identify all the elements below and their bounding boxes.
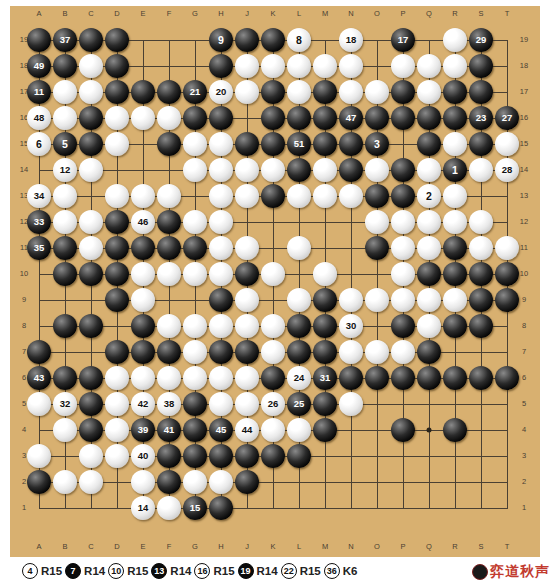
black-stone [313,340,337,364]
white-stone [287,418,311,442]
black-stone-27: 27 [495,106,519,130]
coord-label-right: 15 [520,140,528,148]
white-stone [235,184,259,208]
black-stone [443,314,467,338]
black-stone [79,262,103,286]
white-stone [235,366,259,390]
white-stone [391,288,415,312]
move-number: 49 [34,61,45,71]
coord-label-left: 4 [22,426,26,434]
black-stone-43: 43 [27,366,51,390]
white-stone [53,80,77,104]
coord-label-top: F [167,10,172,18]
black-stone [235,262,259,286]
white-stone [417,158,441,182]
black-stone-5: 5 [53,132,77,156]
move-number: 47 [346,113,357,123]
black-stone [53,236,77,260]
black-stone [365,366,389,390]
white-stone [79,444,103,468]
black-stone [105,54,129,78]
white-stone [131,106,155,130]
coord-label-left: 9 [22,296,26,304]
move-number: 33 [34,217,45,227]
move-number: 35 [34,243,45,253]
black-stone [495,262,519,286]
black-stone-21: 21 [183,80,207,104]
coord-label-left: 1 [22,504,26,512]
coord-label-right: 10 [520,270,528,278]
move-coordinate: R14 [84,565,105,577]
black-stone [443,106,467,130]
white-stone [261,314,285,338]
coord-label-top: H [218,10,223,18]
white-stone [209,470,233,494]
coord-label-top: A [36,10,41,18]
coord-label-right: 16 [520,114,528,122]
white-stone-12: 12 [53,158,77,182]
black-stone [313,314,337,338]
white-stone [183,470,207,494]
white-stone [157,496,181,520]
move-number: 15 [190,503,201,513]
black-stone-3: 3 [365,132,389,156]
black-stone [235,28,259,52]
black-stone [313,80,337,104]
black-stone [313,106,337,130]
coord-label-left: 6 [22,374,26,382]
move-number: 42 [138,399,149,409]
white-stone-18: 18 [339,28,363,52]
coord-label-left: 14 [20,166,28,174]
move-number: 30 [346,321,357,331]
white-stone [417,80,441,104]
white-stone [417,54,441,78]
move-annotation: 22R15 [281,563,321,579]
white-stone [183,158,207,182]
move-number: 3 [374,139,380,150]
black-stone [261,80,285,104]
coord-label-right: 1 [522,504,526,512]
black-stone [131,80,155,104]
white-stone [469,236,493,260]
white-stone [261,340,285,364]
coord-label-right: 14 [520,166,528,174]
white-stone-2: 2 [417,184,441,208]
white-stone [469,210,493,234]
move-number: 27 [502,113,513,123]
move-annotations: 4R157R1410R1513R1416R1519R1422R1536K6 [22,563,360,579]
black-stone [365,106,389,130]
coord-label-right: 7 [522,348,526,356]
black-stone [157,132,181,156]
black-stone-49: 49 [27,54,51,78]
move-number: 14 [138,503,149,513]
white-stone [27,392,51,416]
white-stone [365,210,389,234]
move-number: 25 [294,399,305,409]
caption: 4R157R1410R1513R1416R1519R1422R1536K6 [22,558,542,584]
white-stone [443,210,467,234]
white-stone [365,288,389,312]
white-stone [183,132,207,156]
white-stone [287,184,311,208]
black-move-badge: 7 [65,563,81,579]
star-point [427,428,432,433]
black-stone [443,418,467,442]
move-number: 23 [476,113,487,123]
coord-label-left: 5 [22,400,26,408]
white-stone [391,54,415,78]
white-stone [417,210,441,234]
coord-label-top: S [478,10,483,18]
coord-label-top: L [297,10,301,18]
white-stone [53,210,77,234]
white-stone [53,184,77,208]
move-number: 29 [476,35,487,45]
white-stone [235,80,259,104]
white-stone [261,54,285,78]
move-annotation: 4R15 [22,563,62,579]
white-stone [53,418,77,442]
white-stone [313,184,337,208]
coord-label-bottom: A [36,543,41,551]
white-stone [287,236,311,260]
move-annotation: 19R14 [238,563,278,579]
move-coordinate: R14 [257,565,278,577]
black-stone [495,288,519,312]
black-stone [261,132,285,156]
coord-label-bottom: E [140,543,145,551]
coord-label-top: T [505,10,510,18]
black-stone [365,184,389,208]
coord-label-bottom: P [400,543,405,551]
black-stone-37: 37 [53,28,77,52]
white-stone [391,236,415,260]
white-stone [443,184,467,208]
black-stone [443,366,467,390]
white-stone [209,366,233,390]
move-annotation: 36K6 [324,563,358,579]
black-stone [27,340,51,364]
move-annotation: 16R15 [194,563,234,579]
white-stone [339,54,363,78]
coord-label-top: E [140,10,145,18]
white-stone [79,210,103,234]
black-stone [287,158,311,182]
white-stone [105,132,129,156]
white-stone [235,236,259,260]
coord-label-right: 4 [522,426,526,434]
move-number: 40 [138,451,149,461]
white-stone-38: 38 [157,392,181,416]
white-stone [105,184,129,208]
white-stone [131,470,155,494]
coord-label-right: 5 [522,400,526,408]
black-stone [105,288,129,312]
white-stone [235,314,259,338]
black-stone-15: 15 [183,496,207,520]
coord-label-bottom: C [88,543,93,551]
watermark-text: 弈道秋声 [490,563,550,581]
black-stone [417,262,441,286]
white-stone [261,158,285,182]
black-stone [209,340,233,364]
coord-label-left: 10 [20,270,28,278]
white-stone [105,444,129,468]
white-move-badge: 10 [108,563,124,579]
white-stone [183,262,207,286]
black-stone [391,366,415,390]
move-number: 38 [164,399,175,409]
white-stone [183,314,207,338]
white-stone [131,184,155,208]
coord-label-top: B [62,10,67,18]
coord-label-right: 17 [520,88,528,96]
move-annotation: 10R15 [108,563,148,579]
white-move-badge: 16 [194,563,210,579]
move-number: 48 [34,113,45,123]
black-stone-45: 45 [209,418,233,442]
white-stone [209,314,233,338]
black-stone [53,54,77,78]
coord-label-top: R [452,10,457,18]
move-number: 51 [294,139,305,149]
go-diagram: AABBCCDDEEFFGGHHJJKKLLMMNNOOPPQQRRSSTT19… [0,0,550,588]
move-coordinate: R15 [127,565,148,577]
black-stone [287,106,311,130]
move-coordinate: R15 [41,565,62,577]
white-stone-6: 6 [27,132,51,156]
black-stone [131,340,155,364]
move-coordinate: R15 [213,565,234,577]
black-stone [261,184,285,208]
white-stone [209,236,233,260]
black-stone [469,262,493,286]
move-number: 8 [296,35,302,46]
white-stone [287,288,311,312]
white-stone [391,262,415,286]
white-stone [131,288,155,312]
coord-label-top: Q [426,10,432,18]
black-stone [391,80,415,104]
white-stone [339,288,363,312]
black-stone-25: 25 [287,392,311,416]
white-stone [443,54,467,78]
white-stone [105,366,129,390]
black-stone [157,80,181,104]
white-stone [469,158,493,182]
go-board: AABBCCDDEEFFGGHHJJKKLLMMNNOOPPQQRRSSTT19… [10,6,540,557]
white-stone [209,262,233,286]
black-stone [469,132,493,156]
white-move-badge: 36 [324,563,340,579]
black-stone [183,392,207,416]
white-stone [443,28,467,52]
coord-label-right: 12 [520,218,528,226]
move-number: 18 [346,35,357,45]
black-stone [365,236,389,260]
move-coordinate: R15 [300,565,321,577]
black-stone-39: 39 [131,418,155,442]
white-stone-8: 8 [287,28,311,52]
white-stone [79,236,103,260]
black-stone [391,418,415,442]
white-stone-28: 28 [495,158,519,182]
white-stone [495,132,519,156]
white-stone-30: 30 [339,314,363,338]
watermark-logo-icon [472,564,488,580]
move-number: 9 [218,35,224,46]
white-stone [183,366,207,390]
black-stone [27,470,51,494]
coord-label-bottom: N [348,543,353,551]
black-stone [53,314,77,338]
coord-label-left: 7 [22,348,26,356]
white-stone [443,132,467,156]
move-number: 37 [60,35,71,45]
black-stone [131,314,155,338]
black-stone [209,496,233,520]
white-stone [339,340,363,364]
black-stone [105,28,129,52]
black-stone [157,210,181,234]
black-stone [79,28,103,52]
watermark: 弈道秋声 [472,560,550,584]
black-stone [287,314,311,338]
black-stone [339,158,363,182]
move-number: 43 [34,373,45,383]
move-number: 39 [138,425,149,435]
coord-label-right: 13 [520,192,528,200]
white-stone [209,392,233,416]
move-number: 6 [36,139,42,150]
black-stone [53,366,77,390]
coord-label-right: 8 [522,322,526,330]
black-stone-31: 31 [313,366,337,390]
black-stone [469,314,493,338]
coord-label-top: M [322,10,328,18]
white-stone [131,262,155,286]
white-stone [417,314,441,338]
white-stone [313,54,337,78]
black-stone [183,106,207,130]
white-stone-32: 32 [53,392,77,416]
move-annotation: 13R14 [151,563,191,579]
black-stone [105,340,129,364]
black-stone [313,418,337,442]
white-stone-46: 46 [131,210,155,234]
white-stone [183,340,207,364]
move-number: 2 [426,191,432,202]
black-stone [469,366,493,390]
black-stone [105,80,129,104]
coord-label-top: O [374,10,380,18]
move-number: 46 [138,217,149,227]
black-stone [79,314,103,338]
white-stone-48: 48 [27,106,51,130]
coord-label-right: 2 [522,478,526,486]
coord-label-bottom: H [218,543,223,551]
white-stone-34: 34 [27,184,51,208]
black-stone [495,366,519,390]
white-stone [105,392,129,416]
black-move-badge: 13 [151,563,167,579]
white-stone [183,210,207,234]
coord-label-right: 11 [520,244,528,252]
coord-label-top: K [270,10,275,18]
coord-label-right: 19 [520,36,528,44]
black-stone-11: 11 [27,80,51,104]
black-stone [417,132,441,156]
white-stone-26: 26 [261,392,285,416]
white-stone [235,288,259,312]
black-stone [209,288,233,312]
move-number: 44 [242,425,253,435]
coord-label-top: N [348,10,353,18]
move-number: 5 [62,139,68,150]
white-stone [209,184,233,208]
coord-label-top: G [192,10,198,18]
black-stone [209,444,233,468]
black-stone [443,236,467,260]
coord-label-bottom: B [62,543,67,551]
black-stone [183,418,207,442]
move-number: 11 [34,87,44,97]
coord-label-bottom: D [114,543,119,551]
white-move-badge: 4 [22,563,38,579]
black-stone [443,262,467,286]
coord-label-left: 3 [22,452,26,460]
white-stone [313,262,337,286]
white-stone [417,236,441,260]
white-stone [79,80,103,104]
black-stone [339,132,363,156]
black-stone [53,262,77,286]
coord-label-bottom: G [192,543,198,551]
black-stone [27,28,51,52]
black-stone [261,28,285,52]
white-stone [157,314,181,338]
coord-label-right: 6 [522,374,526,382]
black-stone [469,80,493,104]
black-stone [417,366,441,390]
white-stone [157,366,181,390]
white-stone [235,54,259,78]
white-stone [495,236,519,260]
black-stone [157,236,181,260]
black-stone [157,470,181,494]
black-stone [391,158,415,182]
move-number: 32 [60,399,71,409]
black-stone [209,106,233,130]
coord-label-right: 3 [522,452,526,460]
white-stone [79,158,103,182]
move-number: 45 [216,425,227,435]
black-stone [287,444,311,468]
coord-label-top: D [114,10,119,18]
black-stone [105,236,129,260]
white-stone [287,54,311,78]
coord-label-left: 8 [22,322,26,330]
white-stone [261,262,285,286]
black-stone-41: 41 [157,418,181,442]
black-stone-35: 35 [27,236,51,260]
black-stone [79,106,103,130]
coord-label-bottom: Q [426,543,432,551]
black-stone [261,366,285,390]
coord-label-bottom: F [167,543,172,551]
